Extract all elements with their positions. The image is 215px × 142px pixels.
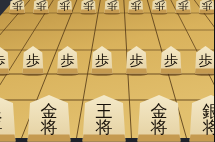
piece-gote-pawn[interactable]: 歩	[57, 0, 73, 15]
piece-gote-pawn[interactable]: 歩	[175, 0, 191, 15]
piece-glyph: 歩	[201, 0, 212, 12]
piece-glyph: 歩	[164, 52, 178, 68]
piece-glyph: 歩	[130, 52, 144, 68]
piece-glyph: 歩	[95, 52, 109, 68]
piece-glyph-bottom: 将	[40, 117, 58, 137]
piece-glyph: 歩	[130, 0, 141, 12]
piece-glyph: 歩	[59, 0, 70, 12]
piece-glyph: 歩	[0, 52, 6, 68]
piece-glyph: 歩	[107, 0, 118, 12]
piece-gote-pawn[interactable]: 歩	[9, 0, 25, 15]
piece-gote-pawn[interactable]: 歩	[33, 0, 49, 15]
piece-glyph-bottom: 将	[150, 117, 168, 137]
piece-side	[23, 69, 44, 74]
piece-glyph: 歩	[12, 0, 23, 12]
piece-side	[161, 69, 182, 74]
piece-gote-pawn[interactable]: 歩	[128, 0, 144, 15]
piece-glyph: 歩	[35, 0, 46, 12]
piece-gote-pawn[interactable]: 歩	[151, 0, 167, 15]
piece-glyph: 歩	[199, 52, 213, 68]
piece-glyph-bottom: 将	[202, 117, 215, 137]
piece-sente-gold[interactable]: 金 将	[137, 95, 181, 142]
piece-side	[57, 69, 78, 74]
piece-gote-pawn[interactable]: 歩	[199, 0, 214, 15]
piece-sente-gold[interactable]: 金 将	[27, 95, 71, 142]
piece-side	[195, 69, 214, 74]
piece-side	[126, 69, 147, 74]
piece-glyph: 歩	[178, 0, 189, 12]
gote-pawn-rank: 歩 歩 歩 歩 歩 歩	[9, 0, 214, 15]
piece-side	[92, 69, 113, 74]
shogi-photo: 歩 歩 歩 歩 歩 歩	[0, 0, 214, 142]
piece-gote-pawn[interactable]: 歩	[80, 0, 96, 15]
piece-side	[0, 69, 9, 74]
piece-glyph: 歩	[83, 0, 94, 12]
piece-glyph: 歩	[154, 0, 165, 12]
piece-glyph: 歩	[26, 52, 40, 68]
piece-glyph-bottom: 将	[0, 117, 3, 137]
piece-gote-pawn[interactable]: 歩	[104, 0, 120, 15]
shogi-scene: 歩 歩 歩 歩 歩 歩	[0, 0, 214, 142]
piece-glyph-bottom: 将	[95, 117, 113, 137]
piece-sente-king[interactable]: 王 将	[82, 95, 126, 142]
piece-glyph: 歩	[61, 52, 75, 68]
